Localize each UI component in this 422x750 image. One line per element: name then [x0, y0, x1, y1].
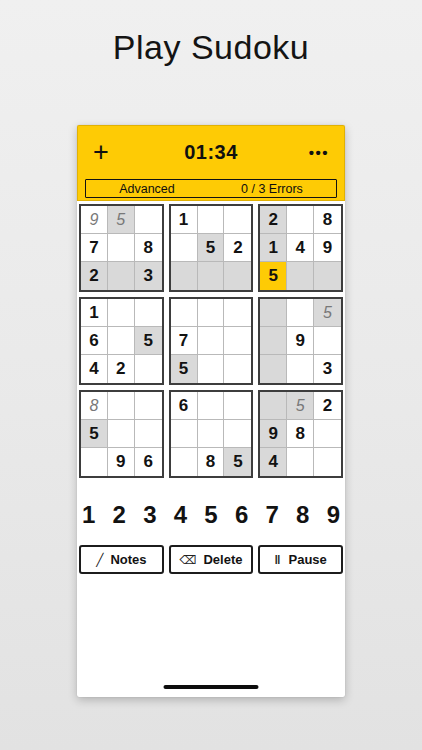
cell-r4c6[interactable] [224, 299, 251, 327]
cell-r8c5[interactable] [198, 420, 225, 448]
header-row: + 01:34 ••• [77, 125, 345, 179]
cell-r9c9[interactable] [314, 448, 341, 476]
cell-r9c5[interactable]: 8 [198, 448, 225, 476]
cell-r4c9[interactable]: 5 [314, 299, 341, 327]
cell-r4c7[interactable] [260, 299, 287, 327]
home-indicator[interactable] [164, 685, 259, 690]
delete-button[interactable]: ⌫Delete [169, 545, 254, 574]
cell-r7c6[interactable] [224, 392, 251, 420]
status-bar: Advanced 0 / 3 Errors [85, 179, 337, 198]
cell-r5c5[interactable] [198, 327, 225, 355]
pause-icon: ‖ [275, 553, 282, 567]
cell-r2c9[interactable]: 9 [314, 234, 341, 262]
cell-r7c9[interactable]: 2 [314, 392, 341, 420]
cell-r9c4[interactable] [171, 448, 198, 476]
app-header: + 01:34 ••• Advanced 0 / 3 Errors [77, 125, 345, 201]
cell-r8c1[interactable]: 5 [81, 420, 108, 448]
cell-r5c6[interactable] [224, 327, 251, 355]
cell-r8c8[interactable]: 8 [287, 420, 314, 448]
sudoku-board: 9578231522814951654275593859668552984 [79, 204, 343, 478]
numpad-1[interactable]: 1 [82, 503, 95, 527]
cell-r6c1[interactable]: 4 [81, 355, 108, 383]
cell-r2c7[interactable]: 1 [260, 234, 287, 262]
cell-r6c6[interactable] [224, 355, 251, 383]
cell-r3c3[interactable]: 3 [135, 262, 162, 290]
cell-r9c3[interactable]: 6 [135, 448, 162, 476]
notes-button[interactable]: ╱Notes [79, 545, 164, 574]
cell-r6c2[interactable]: 2 [108, 355, 135, 383]
cell-r9c2[interactable]: 9 [108, 448, 135, 476]
numpad-4[interactable]: 4 [174, 503, 187, 527]
cell-r7c1[interactable]: 8 [81, 392, 108, 420]
cell-r6c5[interactable] [198, 355, 225, 383]
numpad-3[interactable]: 3 [143, 503, 156, 527]
cell-r9c8[interactable] [287, 448, 314, 476]
cell-r5c2[interactable] [108, 327, 135, 355]
number-pad: 123456789 [82, 500, 340, 530]
pause-label: Pause [288, 552, 326, 567]
cell-r2c4[interactable] [171, 234, 198, 262]
cell-r2c1[interactable]: 7 [81, 234, 108, 262]
box-r3c3: 52984 [258, 390, 343, 478]
cell-r5c4[interactable]: 7 [171, 327, 198, 355]
cell-r9c7[interactable]: 4 [260, 448, 287, 476]
cell-r6c7[interactable] [260, 355, 287, 383]
cell-r7c3[interactable] [135, 392, 162, 420]
cell-r1c5[interactable] [198, 206, 225, 234]
box-r1c2: 152 [169, 204, 254, 292]
cell-r3c8[interactable] [287, 262, 314, 290]
cell-r1c8[interactable] [287, 206, 314, 234]
numpad-2[interactable]: 2 [113, 503, 126, 527]
timer-display: 01:34 [172, 141, 251, 164]
cell-r5c1[interactable]: 6 [81, 327, 108, 355]
numpad-7[interactable]: 7 [265, 503, 278, 527]
cell-r8c9[interactable] [314, 420, 341, 448]
cell-r3c2[interactable] [108, 262, 135, 290]
box-r1c3: 281495 [258, 204, 343, 292]
cell-r4c5[interactable] [198, 299, 225, 327]
cell-r1c2[interactable]: 5 [108, 206, 135, 234]
menu-button[interactable]: ••• [250, 145, 329, 160]
cell-r3c7[interactable]: 5 [260, 262, 287, 290]
cell-r2c5[interactable]: 5 [198, 234, 225, 262]
errors-counter: 0 / 3 Errors [241, 182, 303, 196]
difficulty-label: Advanced [119, 182, 175, 196]
cell-r3c4[interactable] [171, 262, 198, 290]
controls-row: ╱Notes⌫Delete‖Pause [79, 545, 343, 574]
cell-r3c9[interactable] [314, 262, 341, 290]
cell-r3c1[interactable]: 2 [81, 262, 108, 290]
cell-r7c2[interactable] [108, 392, 135, 420]
cell-r8c4[interactable] [171, 420, 198, 448]
cell-r5c9[interactable] [314, 327, 341, 355]
cell-r5c3[interactable]: 5 [135, 327, 162, 355]
cell-r7c5[interactable] [198, 392, 225, 420]
cell-r1c6[interactable] [224, 206, 251, 234]
box-r1c1: 957823 [79, 204, 164, 292]
numpad-5[interactable]: 5 [204, 503, 217, 527]
pause-button[interactable]: ‖Pause [258, 545, 343, 574]
cell-r6c9[interactable]: 3 [314, 355, 341, 383]
page-background: Play Sudoku + 01:34 ••• Advanced 0 / 3 E… [0, 0, 422, 750]
cell-r7c4[interactable]: 6 [171, 392, 198, 420]
cell-r6c4[interactable]: 5 [171, 355, 198, 383]
page-title: Play Sudoku [0, 0, 422, 68]
cell-r2c2[interactable] [108, 234, 135, 262]
cell-r7c8[interactable]: 5 [287, 392, 314, 420]
cell-r6c3[interactable] [135, 355, 162, 383]
box-r2c1: 16542 [79, 297, 164, 385]
sudoku-app-screen: + 01:34 ••• Advanced 0 / 3 Errors 957823… [77, 125, 345, 697]
cell-r5c7[interactable] [260, 327, 287, 355]
cell-r6c8[interactable] [287, 355, 314, 383]
cell-r9c6[interactable]: 5 [224, 448, 251, 476]
cell-r4c2[interactable] [108, 299, 135, 327]
cell-r4c4[interactable] [171, 299, 198, 327]
cell-r9c1[interactable] [81, 448, 108, 476]
cell-r8c7[interactable]: 9 [260, 420, 287, 448]
new-game-button[interactable]: + [93, 139, 172, 166]
cell-r1c4[interactable]: 1 [171, 206, 198, 234]
cell-r1c1[interactable]: 9 [81, 206, 108, 234]
cell-r1c7[interactable]: 2 [260, 206, 287, 234]
cell-r2c6[interactable]: 2 [224, 234, 251, 262]
cell-r5c8[interactable]: 9 [287, 327, 314, 355]
cell-r4c8[interactable] [287, 299, 314, 327]
cell-r1c9[interactable]: 8 [314, 206, 341, 234]
cell-r4c1[interactable]: 1 [81, 299, 108, 327]
cell-r1c3[interactable] [135, 206, 162, 234]
cell-r8c3[interactable] [135, 420, 162, 448]
cell-r3c5[interactable] [198, 262, 225, 290]
cell-r8c6[interactable] [224, 420, 251, 448]
delete-label: Delete [203, 552, 242, 567]
cell-r8c2[interactable] [108, 420, 135, 448]
box-r3c1: 8596 [79, 390, 164, 478]
numpad-9[interactable]: 9 [327, 503, 340, 527]
cell-r3c6[interactable] [224, 262, 251, 290]
backspace-icon: ⌫ [179, 553, 196, 567]
box-r3c2: 685 [169, 390, 254, 478]
box-r2c3: 593 [258, 297, 343, 385]
pencil-icon: ╱ [96, 553, 103, 567]
box-r2c2: 75 [169, 297, 254, 385]
numpad-6[interactable]: 6 [235, 503, 248, 527]
numpad-8[interactable]: 8 [296, 503, 309, 527]
cell-r4c3[interactable] [135, 299, 162, 327]
cell-r7c7[interactable] [260, 392, 287, 420]
cell-r2c8[interactable]: 4 [287, 234, 314, 262]
cell-r2c3[interactable]: 8 [135, 234, 162, 262]
notes-label: Notes [110, 552, 146, 567]
